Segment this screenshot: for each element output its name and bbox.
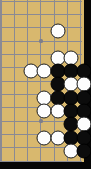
grid-line-horizontal [0,1,82,2]
white-stone[interactable] [50,23,65,38]
grid-line-horizontal [0,27,82,28]
go-app-screenshot [0,0,91,169]
star-point [39,39,43,43]
grid-line-horizontal [0,14,82,15]
black-stone[interactable] [77,143,91,158]
off-board-background-bottom [0,162,91,169]
star-point [39,119,43,123]
